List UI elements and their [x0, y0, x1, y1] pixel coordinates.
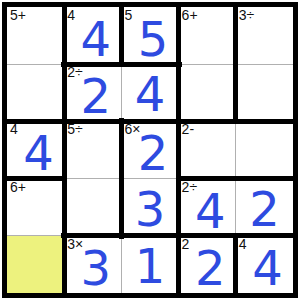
cell-r2c0[interactable]: 44	[7, 121, 64, 178]
cage-border	[4, 176, 67, 181]
grid-line	[64, 178, 121, 179]
grid-line	[179, 64, 236, 65]
cell-entry: 2	[236, 179, 293, 236]
cell-r1c3[interactable]	[179, 64, 236, 121]
cell-r1c2[interactable]: 4	[121, 64, 178, 121]
cage-clue: 6+	[10, 180, 26, 195]
cage-border	[176, 176, 181, 239]
cage-border	[233, 233, 296, 238]
cage-clue: 5+	[10, 8, 26, 23]
cell-r0c2[interactable]: 55	[121, 7, 178, 64]
cell-r3c2[interactable]: 3	[121, 179, 178, 236]
cage-border	[62, 61, 67, 124]
cage-border	[176, 233, 239, 238]
cell-entry: 2	[182, 238, 239, 295]
cage-border	[176, 233, 181, 296]
cage-clue: 5÷	[67, 122, 82, 137]
cell-r2c2[interactable]: 6×2	[121, 121, 178, 178]
cage-border	[233, 176, 296, 181]
cage-border	[118, 62, 181, 67]
grid-line	[235, 121, 236, 178]
cage-border	[119, 4, 124, 67]
cell-r4c4[interactable]: 44	[236, 236, 293, 293]
grid-line	[7, 235, 64, 236]
cell-r0c0[interactable]: 5+	[7, 7, 64, 64]
cell-entry: 5	[124, 9, 181, 66]
cell-r2c1[interactable]: 5÷	[64, 121, 121, 178]
cell-r0c3[interactable]: 6+	[179, 7, 236, 64]
cage-border	[62, 4, 67, 67]
cell-entry: 4	[182, 181, 239, 238]
cell-r2c3[interactable]: 2-	[179, 121, 236, 178]
cell-r3c4[interactable]: 2	[236, 179, 293, 236]
cell-entry: 3	[67, 238, 124, 295]
cage-border	[4, 119, 67, 124]
cage-border	[233, 4, 238, 67]
cage-border	[118, 119, 181, 124]
cell-entry: 4	[121, 64, 178, 121]
cell-r3c1[interactable]	[64, 179, 121, 236]
cage-border	[62, 118, 67, 181]
cage-border	[62, 176, 67, 239]
grid-line	[7, 64, 64, 65]
cell-r1c1[interactable]: 2÷2	[64, 64, 121, 121]
cell-entry: 4	[67, 9, 124, 66]
cage-border	[61, 62, 124, 67]
cell-r4c0[interactable]	[7, 236, 64, 293]
grid-line	[236, 64, 293, 65]
cage-clue: 2-	[182, 122, 194, 137]
cell-r1c4[interactable]	[236, 64, 293, 121]
cage-border	[61, 119, 124, 124]
cell-r4c3[interactable]: 22	[179, 236, 236, 293]
cage-border	[119, 176, 124, 239]
cell-r2c4[interactable]	[236, 121, 293, 178]
cage-border	[176, 176, 239, 181]
kenken-app: 5+44556+3÷2÷24445÷6×22-6+32÷423×312244	[0, 0, 300, 300]
cage-border	[233, 61, 238, 124]
cell-entry: 4	[10, 123, 67, 180]
cage-clue: 3÷	[239, 8, 254, 23]
cage-border	[118, 233, 181, 238]
cage-border	[176, 61, 181, 124]
cell-r3c3[interactable]: 2÷4	[179, 179, 236, 236]
cell-r1c0[interactable]	[7, 64, 64, 121]
kenken-board: 5+44556+3÷2÷24445÷6×22-6+32÷423×312244	[2, 2, 298, 298]
cage-border	[176, 4, 181, 67]
cage-border	[233, 119, 296, 124]
cell-r0c1[interactable]: 44	[64, 7, 121, 64]
cage-clue: 6+	[182, 8, 198, 23]
cage-border	[176, 118, 181, 181]
cell-r0c4[interactable]: 3÷	[236, 7, 293, 64]
cell-r4c2[interactable]: 1	[121, 236, 178, 293]
cage-border	[119, 118, 124, 181]
cell-r4c1[interactable]: 3×3	[64, 236, 121, 293]
cage-border	[62, 233, 67, 296]
cell-entry: 3	[121, 179, 178, 236]
cage-border	[61, 233, 124, 238]
cell-r3c0[interactable]: 6+	[7, 179, 64, 236]
cell-entry: 2	[67, 66, 124, 123]
cage-border	[176, 119, 239, 124]
cage-border	[233, 233, 238, 296]
cell-entry: 1	[121, 236, 178, 293]
cell-entry: 2	[124, 123, 181, 180]
cell-entry: 4	[239, 238, 296, 295]
